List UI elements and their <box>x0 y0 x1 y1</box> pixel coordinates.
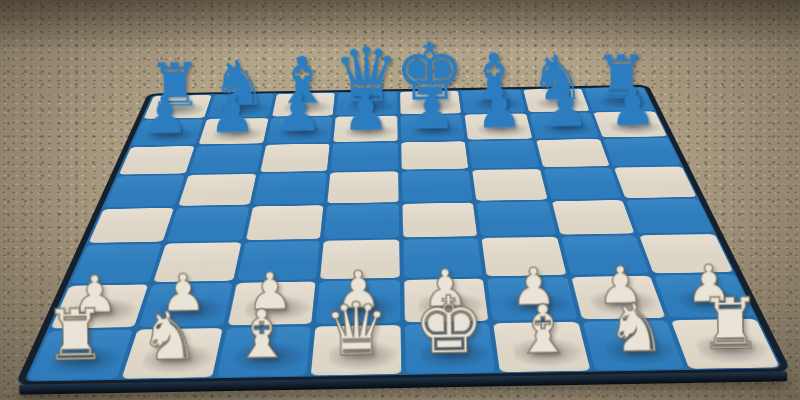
square-e4[interactable] <box>400 201 479 238</box>
square-e1[interactable]: ♚ <box>402 322 498 375</box>
chess-board: ♜♞♝♛♚♝♞♜♟♟♟♟♟♟♟♟♟♟♟♟♟♟♟♟♜♞♝♛♚♝♞♜ <box>24 87 782 382</box>
square-tile <box>551 200 634 235</box>
square-e6[interactable] <box>399 140 470 170</box>
square-tile <box>543 168 622 200</box>
piece-white-knight-g1[interactable]: ♞ <box>555 295 717 361</box>
square-tile <box>260 143 330 172</box>
square-g6[interactable] <box>534 138 612 168</box>
square-tile <box>614 166 696 198</box>
square-c5[interactable] <box>251 172 329 206</box>
square-g4[interactable] <box>549 199 637 236</box>
piece-white-bishop-c1[interactable]: ♝ <box>181 302 343 368</box>
square-tile <box>603 138 681 167</box>
square-e5[interactable] <box>399 169 474 202</box>
square-h5[interactable] <box>612 166 698 199</box>
square-f5[interactable] <box>470 168 549 201</box>
square-tile <box>402 202 478 237</box>
square-g1[interactable]: ♞ <box>580 319 688 372</box>
square-tile <box>626 198 713 233</box>
square-d4[interactable] <box>322 203 401 240</box>
square-c1[interactable]: ♝ <box>214 325 314 378</box>
photo-chess-scene: ♜♞♝♛♚♝♞♜♟♟♟♟♟♟♟♟♟♟♟♟♟♟♟♟♜♞♝♛♚♝♞♜ <box>0 0 800 400</box>
square-h6[interactable] <box>601 137 683 167</box>
square-a6[interactable] <box>116 145 197 175</box>
square-tile <box>245 205 323 240</box>
square-tile <box>88 208 174 244</box>
square-tile <box>189 145 262 174</box>
board-world: ♜♞♝♛♚♝♞♜♟♟♟♟♟♟♟♟♟♟♟♟♟♟♟♟♜♞♝♛♚♝♞♜ <box>0 0 800 400</box>
square-tile <box>401 170 472 202</box>
piece-black-pawn-h7[interactable]: ♟ <box>574 82 689 134</box>
square-c4[interactable] <box>243 204 325 241</box>
square-tile <box>401 141 469 170</box>
square-b5[interactable] <box>176 173 258 207</box>
square-tile <box>472 169 547 201</box>
square-tile <box>253 173 327 205</box>
square-c6[interactable] <box>258 143 332 173</box>
square-h4[interactable] <box>624 198 716 235</box>
square-d5[interactable] <box>325 171 400 204</box>
square-g5[interactable] <box>541 167 624 200</box>
square-tile <box>118 146 195 175</box>
square-tile <box>330 142 397 171</box>
square-tile <box>536 139 610 168</box>
square-f6[interactable] <box>466 139 541 169</box>
square-a4[interactable] <box>86 207 177 244</box>
square-tile <box>104 175 185 207</box>
square-f4[interactable] <box>475 200 559 237</box>
square-tile <box>477 201 556 236</box>
square-h7[interactable]: ♟ <box>591 111 668 138</box>
square-d6[interactable] <box>329 142 400 172</box>
perspective-scene: ♜♞♝♛♚♝♞♜♟♟♟♟♟♟♟♟♟♟♟♟♟♟♟♟♜♞♝♛♚♝♞♜ <box>0 84 800 400</box>
square-b4[interactable] <box>164 205 251 242</box>
square-tile <box>468 140 539 169</box>
square-tile <box>167 206 249 241</box>
square-b6[interactable] <box>187 144 264 174</box>
square-tile <box>324 204 399 239</box>
square-a5[interactable] <box>102 174 187 208</box>
square-tile <box>178 174 256 206</box>
piece-white-king-e1[interactable]: ♚ <box>368 287 530 365</box>
square-tile <box>327 171 398 203</box>
